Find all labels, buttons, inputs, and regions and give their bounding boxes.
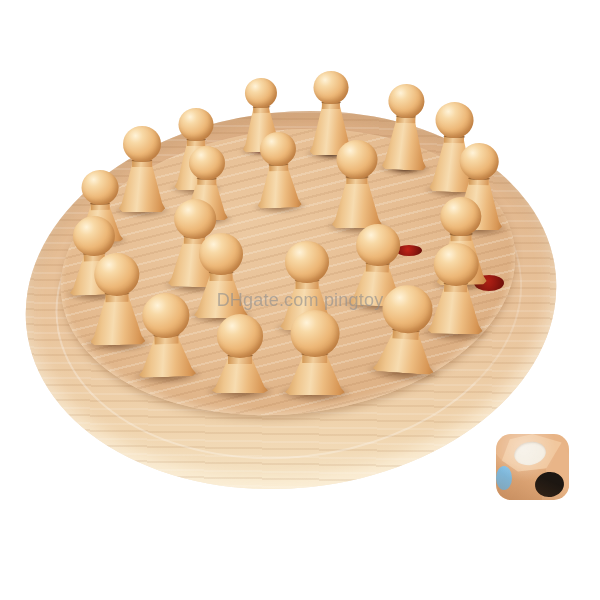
peg-head — [189, 146, 226, 181]
peg-6[interactable] — [249, 131, 309, 209]
peg-head — [142, 292, 191, 338]
peg-22[interactable] — [203, 314, 277, 393]
peg-head — [440, 197, 482, 237]
peg-body — [255, 164, 304, 209]
peg-head — [314, 71, 349, 104]
peg-body — [330, 178, 384, 228]
die-body — [496, 434, 569, 500]
peg-head — [435, 101, 474, 138]
peg-head — [336, 140, 377, 179]
peg-21[interactable] — [127, 292, 205, 379]
peg-head — [217, 314, 263, 358]
peg-head — [433, 243, 479, 287]
peg-head — [72, 215, 115, 256]
peg-head — [290, 310, 339, 357]
peg-head — [381, 283, 434, 334]
peg-head — [94, 253, 140, 297]
product-photo-scene: DHgate.com pingtoy — [0, 0, 600, 600]
peg-head — [355, 223, 400, 266]
peg-head — [179, 108, 214, 141]
peg-head — [81, 170, 119, 206]
peg-head — [123, 126, 161, 162]
peg-head — [459, 143, 499, 181]
peg-head — [244, 77, 277, 108]
watermark: DHgate.com pingtoy — [217, 290, 384, 311]
peg-head — [259, 131, 296, 166]
die-sheen — [496, 434, 569, 500]
peg-head — [388, 83, 425, 118]
peg-head — [285, 241, 329, 283]
peg-9[interactable] — [324, 140, 390, 228]
color-die[interactable] — [496, 434, 569, 500]
peg-23[interactable] — [276, 310, 354, 395]
peg-head — [199, 233, 243, 275]
